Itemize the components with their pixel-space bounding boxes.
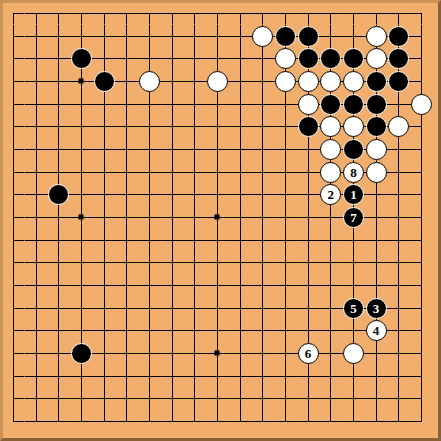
point-fa[interactable] [115, 2, 138, 25]
point-gs[interactable] [138, 410, 161, 433]
point-li[interactable] [251, 183, 274, 206]
point-rb[interactable] [387, 25, 410, 48]
point-ai[interactable] [2, 183, 25, 206]
point-ag[interactable] [2, 138, 25, 161]
point-dq[interactable] [70, 365, 93, 388]
point-jd[interactable] [206, 70, 229, 93]
point-gl[interactable] [138, 251, 161, 274]
point-fn[interactable] [115, 297, 138, 320]
point-os[interactable] [319, 410, 342, 433]
point-od[interactable] [319, 70, 342, 93]
point-aj[interactable] [2, 206, 25, 229]
point-eq[interactable] [93, 365, 116, 388]
point-mn[interactable] [274, 297, 297, 320]
point-oo[interactable] [319, 319, 342, 342]
point-sm[interactable] [410, 274, 433, 297]
point-mc[interactable] [274, 47, 297, 70]
point-dg[interactable] [70, 138, 93, 161]
point-rm[interactable] [387, 274, 410, 297]
point-bk[interactable] [25, 229, 48, 252]
point-ad[interactable] [2, 70, 25, 93]
point-oe[interactable] [319, 93, 342, 116]
point-cf[interactable] [47, 115, 70, 138]
point-bh[interactable] [25, 161, 48, 184]
point-or[interactable] [319, 387, 342, 410]
point-ln[interactable] [251, 297, 274, 320]
point-dn[interactable] [70, 297, 93, 320]
point-lm[interactable] [251, 274, 274, 297]
point-do[interactable] [70, 319, 93, 342]
point-ij[interactable] [183, 206, 206, 229]
point-mo[interactable] [274, 319, 297, 342]
point-sh[interactable] [410, 161, 433, 184]
point-bg[interactable] [25, 138, 48, 161]
point-pi[interactable]: 1 [342, 183, 365, 206]
point-ro[interactable] [387, 319, 410, 342]
point-dj[interactable] [70, 206, 93, 229]
point-mm[interactable] [274, 274, 297, 297]
point-ie[interactable] [183, 93, 206, 116]
point-nf[interactable] [297, 115, 320, 138]
point-fg[interactable] [115, 138, 138, 161]
point-bp[interactable] [25, 342, 48, 365]
point-hh[interactable] [161, 161, 184, 184]
point-ep[interactable] [93, 342, 116, 365]
point-qg[interactable] [365, 138, 388, 161]
point-mb[interactable] [274, 25, 297, 48]
point-cs[interactable] [47, 410, 70, 433]
point-ik[interactable] [183, 229, 206, 252]
point-ni[interactable] [297, 183, 320, 206]
point-kk[interactable] [229, 229, 252, 252]
point-sp[interactable] [410, 342, 433, 365]
point-na[interactable] [297, 2, 320, 25]
point-cq[interactable] [47, 365, 70, 388]
point-sg[interactable] [410, 138, 433, 161]
point-br[interactable] [25, 387, 48, 410]
point-gi[interactable] [138, 183, 161, 206]
point-er[interactable] [93, 387, 116, 410]
point-im[interactable] [183, 274, 206, 297]
point-pe[interactable] [342, 93, 365, 116]
point-oq[interactable] [319, 365, 342, 388]
point-di[interactable] [70, 183, 93, 206]
point-ge[interactable] [138, 93, 161, 116]
point-fc[interactable] [115, 47, 138, 70]
point-rj[interactable] [387, 206, 410, 229]
point-ff[interactable] [115, 115, 138, 138]
point-fj[interactable] [115, 206, 138, 229]
point-dk[interactable] [70, 229, 93, 252]
point-fe[interactable] [115, 93, 138, 116]
point-ha[interactable] [161, 2, 184, 25]
point-lq[interactable] [251, 365, 274, 388]
point-lh[interactable] [251, 161, 274, 184]
point-ri[interactable] [387, 183, 410, 206]
point-jc[interactable] [206, 47, 229, 70]
point-qn[interactable]: 3 [365, 297, 388, 320]
point-rc[interactable] [387, 47, 410, 70]
point-rs[interactable] [387, 410, 410, 433]
point-hl[interactable] [161, 251, 184, 274]
point-mp[interactable] [274, 342, 297, 365]
point-il[interactable] [183, 251, 206, 274]
point-ia[interactable] [183, 2, 206, 25]
point-dd[interactable] [70, 70, 93, 93]
point-fp[interactable] [115, 342, 138, 365]
point-fl[interactable] [115, 251, 138, 274]
point-ei[interactable] [93, 183, 116, 206]
point-cj[interactable] [47, 206, 70, 229]
point-se[interactable] [410, 93, 433, 116]
point-md[interactable] [274, 70, 297, 93]
point-ll[interactable] [251, 251, 274, 274]
point-qe[interactable] [365, 93, 388, 116]
point-jm[interactable] [206, 274, 229, 297]
point-sj[interactable] [410, 206, 433, 229]
point-sn[interactable] [410, 297, 433, 320]
point-ek[interactable] [93, 229, 116, 252]
point-lf[interactable] [251, 115, 274, 138]
point-jq[interactable] [206, 365, 229, 388]
point-hs[interactable] [161, 410, 184, 433]
point-ld[interactable] [251, 70, 274, 93]
point-al[interactable] [2, 251, 25, 274]
point-ar[interactable] [2, 387, 25, 410]
point-cp[interactable] [47, 342, 70, 365]
point-fr[interactable] [115, 387, 138, 410]
point-jf[interactable] [206, 115, 229, 138]
point-jj[interactable] [206, 206, 229, 229]
point-id[interactable] [183, 70, 206, 93]
point-bq[interactable] [25, 365, 48, 388]
point-ke[interactable] [229, 93, 252, 116]
point-dc[interactable] [70, 47, 93, 70]
point-jg[interactable] [206, 138, 229, 161]
point-rl[interactable] [387, 251, 410, 274]
point-re[interactable] [387, 93, 410, 116]
point-qo[interactable]: 4 [365, 319, 388, 342]
point-km[interactable] [229, 274, 252, 297]
point-ma[interactable] [274, 2, 297, 25]
point-ch[interactable] [47, 161, 70, 184]
point-iq[interactable] [183, 365, 206, 388]
point-nl[interactable] [297, 251, 320, 274]
point-gd[interactable] [138, 70, 161, 93]
point-pl[interactable] [342, 251, 365, 274]
point-mk[interactable] [274, 229, 297, 252]
point-eo[interactable] [93, 319, 116, 342]
point-hb[interactable] [161, 25, 184, 48]
point-ir[interactable] [183, 387, 206, 410]
point-rd[interactable] [387, 70, 410, 93]
point-no[interactable] [297, 319, 320, 342]
point-hq[interactable] [161, 365, 184, 388]
point-op[interactable] [319, 342, 342, 365]
point-gk[interactable] [138, 229, 161, 252]
point-so[interactable] [410, 319, 433, 342]
point-kh[interactable] [229, 161, 252, 184]
point-mj[interactable] [274, 206, 297, 229]
point-qa[interactable] [365, 2, 388, 25]
point-ef[interactable] [93, 115, 116, 138]
point-ls[interactable] [251, 410, 274, 433]
point-qq[interactable] [365, 365, 388, 388]
point-eh[interactable] [93, 161, 116, 184]
point-ps[interactable] [342, 410, 365, 433]
point-ga[interactable] [138, 2, 161, 25]
point-aa[interactable] [2, 2, 25, 25]
point-ja[interactable] [206, 2, 229, 25]
point-eb[interactable] [93, 25, 116, 48]
point-is[interactable] [183, 410, 206, 433]
point-ed[interactable] [93, 70, 116, 93]
point-bj[interactable] [25, 206, 48, 229]
point-lg[interactable] [251, 138, 274, 161]
point-rk[interactable] [387, 229, 410, 252]
point-cg[interactable] [47, 138, 70, 161]
point-hr[interactable] [161, 387, 184, 410]
point-fh[interactable] [115, 161, 138, 184]
point-dr[interactable] [70, 387, 93, 410]
point-kd[interactable] [229, 70, 252, 93]
point-bn[interactable] [25, 297, 48, 320]
point-lo[interactable] [251, 319, 274, 342]
point-jp[interactable] [206, 342, 229, 365]
point-rg[interactable] [387, 138, 410, 161]
point-bi[interactable] [25, 183, 48, 206]
point-ns[interactable] [297, 410, 320, 433]
point-po[interactable] [342, 319, 365, 342]
point-jo[interactable] [206, 319, 229, 342]
point-ji[interactable] [206, 183, 229, 206]
point-pf[interactable] [342, 115, 365, 138]
point-lc[interactable] [251, 47, 274, 70]
point-kl[interactable] [229, 251, 252, 274]
point-ih[interactable] [183, 161, 206, 184]
point-kb[interactable] [229, 25, 252, 48]
point-cr[interactable] [47, 387, 70, 410]
point-rq[interactable] [387, 365, 410, 388]
point-js[interactable] [206, 410, 229, 433]
point-bs[interactable] [25, 410, 48, 433]
point-nh[interactable] [297, 161, 320, 184]
point-nd[interactable] [297, 70, 320, 93]
point-ce[interactable] [47, 93, 70, 116]
point-kp[interactable] [229, 342, 252, 365]
point-nn[interactable] [297, 297, 320, 320]
point-hm[interactable] [161, 274, 184, 297]
point-sq[interactable] [410, 365, 433, 388]
point-ob[interactable] [319, 25, 342, 48]
point-cl[interactable] [47, 251, 70, 274]
point-ao[interactable] [2, 319, 25, 342]
point-de[interactable] [70, 93, 93, 116]
point-cd[interactable] [47, 70, 70, 93]
point-kn[interactable] [229, 297, 252, 320]
point-pd[interactable] [342, 70, 365, 93]
point-jn[interactable] [206, 297, 229, 320]
point-je[interactable] [206, 93, 229, 116]
point-mq[interactable] [274, 365, 297, 388]
point-sc[interactable] [410, 47, 433, 70]
point-ko[interactable] [229, 319, 252, 342]
point-nk[interactable] [297, 229, 320, 252]
point-rf[interactable] [387, 115, 410, 138]
point-lk[interactable] [251, 229, 274, 252]
point-sa[interactable] [410, 2, 433, 25]
point-ba[interactable] [25, 2, 48, 25]
point-hn[interactable] [161, 297, 184, 320]
point-dh[interactable] [70, 161, 93, 184]
point-pn[interactable]: 5 [342, 297, 365, 320]
point-jl[interactable] [206, 251, 229, 274]
point-am[interactable] [2, 274, 25, 297]
point-fk[interactable] [115, 229, 138, 252]
point-kf[interactable] [229, 115, 252, 138]
point-gj[interactable] [138, 206, 161, 229]
point-be[interactable] [25, 93, 48, 116]
point-ac[interactable] [2, 47, 25, 70]
point-nm[interactable] [297, 274, 320, 297]
point-aq[interactable] [2, 365, 25, 388]
point-qb[interactable] [365, 25, 388, 48]
point-jr[interactable] [206, 387, 229, 410]
point-bo[interactable] [25, 319, 48, 342]
point-en[interactable] [93, 297, 116, 320]
point-co[interactable] [47, 319, 70, 342]
point-ak[interactable] [2, 229, 25, 252]
point-of[interactable] [319, 115, 342, 138]
point-ho[interactable] [161, 319, 184, 342]
point-rn[interactable] [387, 297, 410, 320]
point-ee[interactable] [93, 93, 116, 116]
point-ip[interactable] [183, 342, 206, 365]
point-ds[interactable] [70, 410, 93, 433]
point-bf[interactable] [25, 115, 48, 138]
point-nj[interactable] [297, 206, 320, 229]
point-af[interactable] [2, 115, 25, 138]
point-an[interactable] [2, 297, 25, 320]
point-mr[interactable] [274, 387, 297, 410]
point-qk[interactable] [365, 229, 388, 252]
point-jb[interactable] [206, 25, 229, 48]
point-ol[interactable] [319, 251, 342, 274]
point-dm[interactable] [70, 274, 93, 297]
point-pb[interactable] [342, 25, 365, 48]
point-kc[interactable] [229, 47, 252, 70]
point-hj[interactable] [161, 206, 184, 229]
point-hd[interactable] [161, 70, 184, 93]
point-gh[interactable] [138, 161, 161, 184]
point-hc[interactable] [161, 47, 184, 70]
point-rr[interactable] [387, 387, 410, 410]
point-jk[interactable] [206, 229, 229, 252]
point-in[interactable] [183, 297, 206, 320]
point-og[interactable] [319, 138, 342, 161]
point-mf[interactable] [274, 115, 297, 138]
point-mg[interactable] [274, 138, 297, 161]
point-he[interactable] [161, 93, 184, 116]
point-ah[interactable] [2, 161, 25, 184]
point-hf[interactable] [161, 115, 184, 138]
point-dl[interactable] [70, 251, 93, 274]
point-lp[interactable] [251, 342, 274, 365]
point-qi[interactable] [365, 183, 388, 206]
point-oc[interactable] [319, 47, 342, 70]
point-sr[interactable] [410, 387, 433, 410]
point-cn[interactable] [47, 297, 70, 320]
point-qp[interactable] [365, 342, 388, 365]
point-qm[interactable] [365, 274, 388, 297]
point-cc[interactable] [47, 47, 70, 70]
point-es[interactable] [93, 410, 116, 433]
point-ec[interactable] [93, 47, 116, 70]
point-pj[interactable]: 7 [342, 206, 365, 229]
point-sb[interactable] [410, 25, 433, 48]
point-gp[interactable] [138, 342, 161, 365]
point-on[interactable] [319, 297, 342, 320]
point-gb[interactable] [138, 25, 161, 48]
point-la[interactable] [251, 2, 274, 25]
point-le[interactable] [251, 93, 274, 116]
point-sd[interactable] [410, 70, 433, 93]
point-cm[interactable] [47, 274, 70, 297]
point-fi[interactable] [115, 183, 138, 206]
point-ap[interactable] [2, 342, 25, 365]
point-ss[interactable] [410, 410, 433, 433]
point-nc[interactable] [297, 47, 320, 70]
point-df[interactable] [70, 115, 93, 138]
point-ca[interactable] [47, 2, 70, 25]
point-qc[interactable] [365, 47, 388, 70]
point-bb[interactable] [25, 25, 48, 48]
point-nb[interactable] [297, 25, 320, 48]
point-ph[interactable]: 8 [342, 161, 365, 184]
point-jh[interactable] [206, 161, 229, 184]
point-qs[interactable] [365, 410, 388, 433]
point-io[interactable] [183, 319, 206, 342]
point-pg[interactable] [342, 138, 365, 161]
point-ra[interactable] [387, 2, 410, 25]
point-ib[interactable] [183, 25, 206, 48]
point-kr[interactable] [229, 387, 252, 410]
point-om[interactable] [319, 274, 342, 297]
point-rp[interactable] [387, 342, 410, 365]
point-ci[interactable] [47, 183, 70, 206]
point-oa[interactable] [319, 2, 342, 25]
point-gg[interactable] [138, 138, 161, 161]
point-fd[interactable] [115, 70, 138, 93]
point-gn[interactable] [138, 297, 161, 320]
point-gf[interactable] [138, 115, 161, 138]
point-qd[interactable] [365, 70, 388, 93]
point-bl[interactable] [25, 251, 48, 274]
point-ms[interactable] [274, 410, 297, 433]
point-sl[interactable] [410, 251, 433, 274]
point-kq[interactable] [229, 365, 252, 388]
point-ig[interactable] [183, 138, 206, 161]
point-ki[interactable] [229, 183, 252, 206]
point-cb[interactable] [47, 25, 70, 48]
point-nq[interactable] [297, 365, 320, 388]
point-ej[interactable] [93, 206, 116, 229]
point-oh[interactable] [319, 161, 342, 184]
point-pr[interactable] [342, 387, 365, 410]
point-hk[interactable] [161, 229, 184, 252]
point-ae[interactable] [2, 93, 25, 116]
point-np[interactable]: 6 [297, 342, 320, 365]
